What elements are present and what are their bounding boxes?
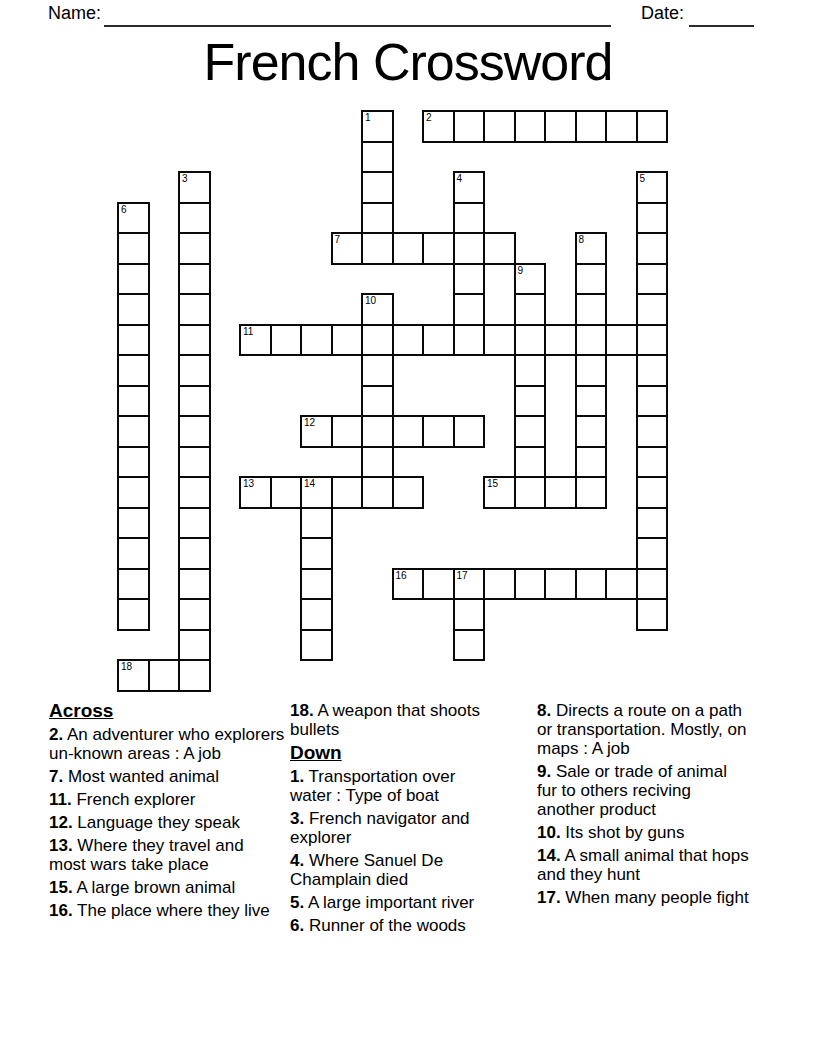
cell-r12c12[interactable]: 15	[483, 476, 516, 509]
cell-r15c15[interactable]	[575, 568, 608, 601]
page-title: French Crossword	[0, 34, 816, 90]
cell-r3c8[interactable]	[361, 202, 394, 235]
clue-column-2: 18. A weapon that shoots bulletsDown1. T…	[290, 701, 496, 939]
clue-down-6: 6. Runner of the woods	[290, 916, 496, 935]
cell-r4c12[interactable]	[483, 232, 516, 265]
cell-r4c2[interactable]	[178, 232, 211, 265]
cell-r15c9[interactable]: 16	[392, 568, 425, 601]
cell-r7c8[interactable]	[361, 324, 394, 357]
clue-number-15: 15	[487, 478, 498, 489]
cell-r7c0[interactable]	[117, 324, 150, 357]
cell-r13c6[interactable]	[300, 507, 333, 540]
cell-r7c9[interactable]	[392, 324, 425, 357]
cell-r11c0[interactable]	[117, 446, 150, 479]
name-field[interactable]	[104, 5, 611, 27]
cell-r7c7[interactable]	[331, 324, 364, 357]
cell-r0c11[interactable]	[453, 110, 486, 143]
cell-r12c17[interactable]	[636, 476, 669, 509]
cell-r11c2[interactable]	[178, 446, 211, 479]
clue-number-1: 1	[365, 112, 371, 123]
cell-r3c11[interactable]	[453, 202, 486, 235]
cell-r6c15[interactable]	[575, 293, 608, 326]
clue-across-2: 2. An adventurer who explorers un-known …	[49, 725, 285, 763]
cell-r8c0[interactable]	[117, 354, 150, 387]
cell-r12c7[interactable]	[331, 476, 364, 509]
cell-r0c17[interactable]	[636, 110, 669, 143]
cell-r7c5[interactable]	[270, 324, 303, 357]
cell-r11c17[interactable]	[636, 446, 669, 479]
clue-across-7: 7. Most wanted animal	[49, 767, 285, 786]
cell-r0c13[interactable]	[514, 110, 547, 143]
cell-r15c17[interactable]	[636, 568, 669, 601]
clue-number-5: 5	[640, 173, 646, 184]
clue-down-4: 4. Where Sanuel De Champlain died	[290, 851, 496, 889]
cell-r6c17[interactable]	[636, 293, 669, 326]
cell-r7c6[interactable]	[300, 324, 333, 357]
cell-r13c2[interactable]	[178, 507, 211, 540]
name-label: Name:	[48, 3, 101, 24]
cell-r6c0[interactable]	[117, 293, 150, 326]
cell-r10c13[interactable]	[514, 415, 547, 448]
clue-across-15: 15. A large brown animal	[49, 878, 285, 897]
cell-r5c17[interactable]	[636, 263, 669, 296]
clue-down-8: 8. Directs a route on a path or transpor…	[537, 701, 749, 758]
cell-r2c17[interactable]: 5	[636, 171, 669, 204]
clue-across-16: 16. The place where they live	[49, 901, 285, 920]
cell-r12c13[interactable]	[514, 476, 547, 509]
clue-number-4: 4	[457, 173, 463, 184]
cell-r8c2[interactable]	[178, 354, 211, 387]
cell-r12c15[interactable]	[575, 476, 608, 509]
cell-r4c10[interactable]	[422, 232, 455, 265]
cell-r0c10[interactable]: 2	[422, 110, 455, 143]
cell-r18c2[interactable]	[178, 659, 211, 692]
cell-r17c2[interactable]	[178, 629, 211, 662]
cell-r10c11[interactable]	[453, 415, 486, 448]
cell-r7c11[interactable]	[453, 324, 486, 357]
cell-r10c15[interactable]	[575, 415, 608, 448]
cell-r13c17[interactable]	[636, 507, 669, 540]
cell-r4c7[interactable]: 7	[331, 232, 364, 265]
cell-r0c16[interactable]	[605, 110, 638, 143]
clue-column-1: Across2. An adventurer who explorers un-…	[49, 701, 285, 924]
cell-r15c6[interactable]	[300, 568, 333, 601]
clue-column-3: 8. Directs a route on a path or transpor…	[537, 701, 749, 911]
cell-r7c17[interactable]	[636, 324, 669, 357]
cell-r1c8[interactable]	[361, 141, 394, 174]
cell-r10c17[interactable]	[636, 415, 669, 448]
clue-number-6: 6	[121, 204, 127, 215]
clue-down-17: 17. When many people fight	[537, 888, 749, 907]
clue-across-12: 12. Language they speak	[49, 813, 285, 832]
down-heading: Down	[290, 743, 496, 762]
cell-r15c13[interactable]	[514, 568, 547, 601]
cell-r10c6[interactable]: 12	[300, 415, 333, 448]
cell-r9c8[interactable]	[361, 385, 394, 418]
cell-r4c0[interactable]	[117, 232, 150, 265]
clue-down-14: 14. A small animal that hops and they hu…	[537, 846, 749, 884]
cell-r7c4[interactable]: 11	[239, 324, 272, 357]
cell-r7c10[interactable]	[422, 324, 455, 357]
cell-r3c2[interactable]	[178, 202, 211, 235]
cell-r4c9[interactable]	[392, 232, 425, 265]
cell-r0c15[interactable]	[575, 110, 608, 143]
cell-r6c13[interactable]	[514, 293, 547, 326]
cell-r2c8[interactable]	[361, 171, 394, 204]
cell-r15c14[interactable]	[544, 568, 577, 601]
cell-r16c17[interactable]	[636, 598, 669, 631]
cell-r3c0[interactable]: 6	[117, 202, 150, 235]
cell-r9c15[interactable]	[575, 385, 608, 418]
cell-r16c2[interactable]	[178, 598, 211, 631]
cell-r12c6[interactable]: 14	[300, 476, 333, 509]
cell-r9c0[interactable]	[117, 385, 150, 418]
cell-r4c11[interactable]	[453, 232, 486, 265]
cell-r15c2[interactable]	[178, 568, 211, 601]
cell-r16c11[interactable]	[453, 598, 486, 631]
clue-number-11: 11	[243, 326, 253, 337]
cell-r10c7[interactable]	[331, 415, 364, 448]
crossword-grid: 123456789101112131415161718	[117, 110, 669, 692]
cell-r15c0[interactable]	[117, 568, 150, 601]
cell-r7c12[interactable]	[483, 324, 516, 357]
cell-r12c8[interactable]	[361, 476, 394, 509]
cell-r8c13[interactable]	[514, 354, 547, 387]
cell-r14c6[interactable]	[300, 537, 333, 570]
cell-r18c0[interactable]: 18	[117, 659, 150, 692]
clue-number-8: 8	[579, 234, 585, 245]
cell-r0c8[interactable]: 1	[361, 110, 394, 143]
cell-r10c9[interactable]	[392, 415, 425, 448]
cell-r7c14[interactable]	[544, 324, 577, 357]
cell-r14c17[interactable]	[636, 537, 669, 570]
clue-across-11: 11. French explorer	[49, 790, 285, 809]
clue-number-17: 17	[457, 570, 468, 581]
cell-r5c0[interactable]	[117, 263, 150, 296]
cell-r12c14[interactable]	[544, 476, 577, 509]
cell-r14c2[interactable]	[178, 537, 211, 570]
cell-r8c17[interactable]	[636, 354, 669, 387]
cell-r11c13[interactable]	[514, 446, 547, 479]
cell-r5c11[interactable]	[453, 263, 486, 296]
cell-r8c8[interactable]	[361, 354, 394, 387]
cell-r5c2[interactable]	[178, 263, 211, 296]
clue-number-12: 12	[304, 417, 315, 428]
cell-r13c0[interactable]	[117, 507, 150, 540]
clue-number-14: 14	[304, 478, 315, 489]
cell-r9c17[interactable]	[636, 385, 669, 418]
clue-down-9: 9. Sale or trade of animal fur to others…	[537, 762, 749, 819]
clue-number-9: 9	[518, 265, 524, 276]
cell-r7c2[interactable]	[178, 324, 211, 357]
cell-r10c8[interactable]	[361, 415, 394, 448]
clue-number-18: 18	[121, 661, 132, 672]
cell-r12c9[interactable]	[392, 476, 425, 509]
cell-r10c10[interactable]	[422, 415, 455, 448]
cell-r15c10[interactable]	[422, 568, 455, 601]
cell-r4c15[interactable]: 8	[575, 232, 608, 265]
cell-r4c8[interactable]	[361, 232, 394, 265]
cell-r2c2[interactable]: 3	[178, 171, 211, 204]
cell-r5c15[interactable]	[575, 263, 608, 296]
cell-r7c13[interactable]	[514, 324, 547, 357]
clue-across-18: 18. A weapon that shoots bullets	[290, 701, 496, 739]
cell-r15c12[interactable]	[483, 568, 516, 601]
clue-down-5: 5. A large important river	[290, 893, 496, 912]
cell-r18c1[interactable]	[148, 659, 181, 692]
cell-r10c2[interactable]	[178, 415, 211, 448]
cell-r2c11[interactable]: 4	[453, 171, 486, 204]
clue-down-10: 10. Its shot by guns	[537, 823, 749, 842]
cell-r6c11[interactable]	[453, 293, 486, 326]
cell-r17c6[interactable]	[300, 629, 333, 662]
cell-r17c11[interactable]	[453, 629, 486, 662]
date-label: Date:	[641, 3, 684, 24]
clue-down-1: 1. Transportation over water : Type of b…	[290, 767, 496, 805]
clue-number-7: 7	[335, 234, 341, 245]
cell-r12c2[interactable]	[178, 476, 211, 509]
cell-r4c17[interactable]	[636, 232, 669, 265]
cell-r16c6[interactable]	[300, 598, 333, 631]
across-heading: Across	[49, 701, 285, 720]
cell-r12c5[interactable]	[270, 476, 303, 509]
cell-r11c8[interactable]	[361, 446, 394, 479]
clue-number-3: 3	[182, 173, 188, 184]
cell-r12c4[interactable]: 13	[239, 476, 272, 509]
cell-r10c0[interactable]	[117, 415, 150, 448]
cell-r8c15[interactable]	[575, 354, 608, 387]
worksheet-page: { "title": "French Crossword", "header":…	[0, 0, 816, 1056]
cell-r12c0[interactable]	[117, 476, 150, 509]
cell-r0c12[interactable]	[483, 110, 516, 143]
clue-number-13: 13	[243, 478, 254, 489]
cell-r15c16[interactable]	[605, 568, 638, 601]
cell-r9c2[interactable]	[178, 385, 211, 418]
cell-r7c16[interactable]	[605, 324, 638, 357]
clue-number-2: 2	[426, 112, 432, 123]
cell-r15c11[interactable]: 17	[453, 568, 486, 601]
cell-r9c13[interactable]	[514, 385, 547, 418]
cell-r6c8[interactable]: 10	[361, 293, 394, 326]
cell-r5c13[interactable]: 9	[514, 263, 547, 296]
clue-number-16: 16	[396, 570, 407, 581]
date-field[interactable]	[689, 5, 754, 27]
clue-across-13: 13. Where they travel and most wars take…	[49, 836, 285, 874]
cell-r14c0[interactable]	[117, 537, 150, 570]
cell-r3c17[interactable]	[636, 202, 669, 235]
cell-r7c15[interactable]	[575, 324, 608, 357]
clue-down-3: 3. French navigator and explorer	[290, 809, 496, 847]
clue-number-10: 10	[365, 295, 376, 306]
cell-r11c15[interactable]	[575, 446, 608, 479]
cell-r6c2[interactable]	[178, 293, 211, 326]
cell-r0c14[interactable]	[544, 110, 577, 143]
cell-r16c0[interactable]	[117, 598, 150, 631]
